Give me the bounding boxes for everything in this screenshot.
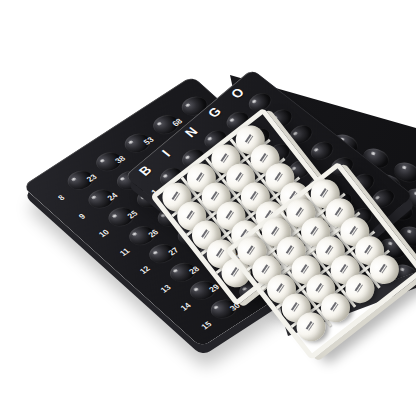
cup-label: 12 [138,265,152,276]
cup-label: 11 [117,246,131,257]
cup-label: 10 [97,228,111,239]
bingo-header-letter: N [182,124,201,139]
cup [306,138,337,163]
cup-label: 13 [158,283,172,294]
bingo-header-letter: I [159,147,174,159]
bingo-header-letter: G [205,105,225,121]
cup-label: 8 [56,194,67,203]
bingo-header-letter: O [227,85,247,101]
cup-label: 14 [179,301,193,312]
cup-label: 15 [199,320,213,331]
cup-label: 9 [77,212,88,221]
bingo-header-letter: B [136,163,155,178]
product-photo-stage: 8910111213141523242526272829303839404142… [0,0,416,416]
